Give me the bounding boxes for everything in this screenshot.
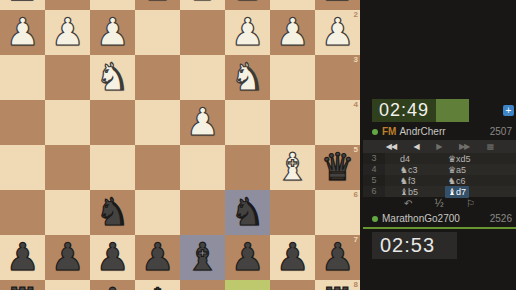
square-c2[interactable]: ♟ — [225, 10, 270, 55]
piece-wP-g2[interactable]: ♟ — [50, 10, 84, 55]
piece-wP-f2[interactable]: ♟ — [95, 10, 129, 55]
rank-coordinate: 8 — [354, 281, 358, 289]
square-d4[interactable]: ♟ — [180, 100, 225, 145]
square-a3[interactable]: 3 — [315, 55, 360, 100]
square-b4[interactable] — [270, 100, 315, 145]
piece-wR-h1[interactable]: ♜ — [5, 0, 39, 10]
game-sidebar: 02:49 + FM AndrCherr 2507 ◀◀ ◀ ▶ ▶▶ ▦ 3 … — [360, 0, 516, 290]
piece-wQ-d1[interactable]: ♛ — [185, 0, 219, 10]
white-move[interactable]: ♝b5 — [385, 187, 435, 197]
square-h4[interactable] — [0, 100, 45, 145]
square-c5[interactable] — [225, 145, 270, 190]
sidebar-spacer — [363, 0, 516, 99]
square-e5[interactable] — [135, 145, 180, 190]
rank-coordinate: 5 — [354, 146, 358, 154]
square-f7[interactable]: ♟ — [90, 235, 135, 280]
square-g1[interactable] — [45, 0, 90, 10]
square-d3[interactable] — [180, 55, 225, 100]
square-h2[interactable]: ♟ — [0, 10, 45, 55]
square-f1[interactable] — [90, 0, 135, 10]
square-e7[interactable]: ♟ — [135, 235, 180, 280]
nav-prev-button[interactable]: ◀ — [414, 140, 419, 153]
square-f2[interactable]: ♟ — [90, 10, 135, 55]
black-move[interactable]: ♞c6 — [435, 176, 469, 186]
piece-bB-f8[interactable]: ♝ — [95, 280, 129, 290]
square-e1[interactable]: ♚ — [135, 0, 180, 10]
black-player-name[interactable]: MarathonGo2700 — [382, 213, 460, 224]
piece-wR-a1[interactable]: ♜ — [320, 0, 354, 10]
black-move[interactable]: ♛xd5 — [435, 154, 474, 164]
white-player-name[interactable]: AndrCherr — [399, 126, 445, 137]
move-number: 3 — [363, 153, 385, 164]
draw-offer-icon[interactable]: ½ — [434, 197, 444, 211]
online-dot-icon — [372, 129, 378, 135]
piece-bR-a8[interactable]: ♜ — [320, 280, 354, 290]
square-h8[interactable]: ♜ — [0, 280, 45, 290]
move-row: 3 d4 ♛xd5 — [363, 153, 516, 164]
piece-wB-b5[interactable]: ♝ — [275, 145, 309, 190]
square-g7[interactable]: ♟ — [45, 235, 90, 280]
rank-coordinate: 6 — [354, 191, 358, 199]
piece-bP-g7[interactable]: ♟ — [50, 235, 84, 280]
chess-board-viewport: ♜♚♛♝♜1♟♟♟♟♟♟2♞♞3♟4♝♛5♞♞6♟♟♟♟♝♟♟♟7♜♝♚♜8 — [0, 0, 360, 290]
square-g6[interactable] — [45, 190, 90, 235]
piece-wP-h2[interactable]: ♟ — [5, 10, 39, 55]
square-d5[interactable] — [180, 145, 225, 190]
chess-board[interactable]: ♜♚♛♝♜1♟♟♟♟♟♟2♞♞3♟4♝♛5♞♞6♟♟♟♟♝♟♟♟7♜♝♚♜8 — [0, 0, 360, 290]
give-more-time-button[interactable]: + — [503, 105, 514, 116]
analysis-board-icon[interactable]: ▦ — [487, 140, 494, 153]
nav-first-button[interactable]: ◀◀ — [386, 140, 396, 153]
piece-wP-a2[interactable]: ♟ — [320, 10, 354, 55]
square-c7[interactable]: ♟ — [225, 235, 270, 280]
square-d1[interactable]: ♛ — [180, 0, 225, 10]
black-player-clock: 02:53 — [372, 232, 457, 259]
square-e6[interactable] — [135, 190, 180, 235]
square-b5[interactable]: ♝ — [270, 145, 315, 190]
square-h7[interactable]: ♟ — [0, 235, 45, 280]
square-a1[interactable]: ♜1 — [315, 0, 360, 10]
white-player-clock: 02:49 — [372, 99, 469, 122]
black-move-current[interactable]: ♝d7 — [435, 187, 469, 197]
piece-bK-e8[interactable]: ♚ — [140, 280, 174, 290]
white-move[interactable]: ♞f3 — [385, 176, 435, 186]
white-move[interactable]: ♞c3 — [385, 165, 435, 175]
square-f6[interactable]: ♞ — [90, 190, 135, 235]
nav-last-button[interactable]: ▶▶ — [459, 140, 469, 153]
square-f3[interactable]: ♞ — [90, 55, 135, 100]
square-a5[interactable]: ♛5 — [315, 145, 360, 190]
black-player-row[interactable]: MarathonGo2700 2526 — [363, 211, 516, 226]
piece-wN-f3[interactable]: ♞ — [95, 55, 129, 100]
square-a7[interactable]: ♟7 — [315, 235, 360, 280]
move-navigation-bar: ◀◀ ◀ ▶ ▶▶ ▦ — [363, 140, 516, 153]
square-c4[interactable] — [225, 100, 270, 145]
square-c1[interactable]: ♝ — [225, 0, 270, 10]
square-f5[interactable] — [90, 145, 135, 190]
move-row: 6 ♝b5 ♝d7 — [363, 186, 516, 197]
piece-bP-a7[interactable]: ♟ — [320, 235, 354, 280]
square-h5[interactable] — [0, 145, 45, 190]
square-g3[interactable] — [45, 55, 90, 100]
move-number: 6 — [363, 186, 385, 197]
square-h6[interactable] — [0, 190, 45, 235]
player-separator-line — [363, 227, 516, 229]
white-clock-time: 02:49 — [372, 99, 436, 122]
piece-bP-f7[interactable]: ♟ — [95, 235, 129, 280]
square-f4[interactable] — [90, 100, 135, 145]
black-move[interactable]: ♛a5 — [435, 165, 469, 175]
square-b2[interactable]: ♟ — [270, 10, 315, 55]
square-c3[interactable]: ♞ — [225, 55, 270, 100]
piece-bN-f6[interactable]: ♞ — [95, 190, 129, 235]
square-g8[interactable] — [45, 280, 90, 290]
square-c8[interactable] — [225, 280, 270, 290]
resign-flag-icon[interactable]: ⚐ — [466, 197, 475, 211]
square-b1[interactable] — [270, 0, 315, 10]
square-a8[interactable]: ♜8 — [315, 280, 360, 290]
rank-coordinate: 2 — [354, 11, 358, 19]
square-h3[interactable] — [0, 55, 45, 100]
piece-bN-c6[interactable]: ♞ — [230, 190, 264, 235]
square-b3[interactable] — [270, 55, 315, 100]
player-title-badge: FM — [382, 126, 396, 137]
game-action-bar: ↶ ½ ⚐ — [363, 197, 516, 211]
move-number: 4 — [363, 164, 385, 175]
piece-wP-d4[interactable]: ♟ — [185, 100, 219, 145]
piece-bP-h7[interactable]: ♟ — [5, 235, 39, 280]
square-d7[interactable]: ♝ — [180, 235, 225, 280]
move-row: 5 ♞f3 ♞c6 — [363, 175, 516, 186]
square-a4[interactable]: 4 — [315, 100, 360, 145]
rank-coordinate: 4 — [354, 101, 358, 109]
square-d8[interactable] — [180, 280, 225, 290]
square-e8[interactable]: ♚ — [135, 280, 180, 290]
piece-bR-h8[interactable]: ♜ — [5, 280, 39, 290]
square-g2[interactable]: ♟ — [45, 10, 90, 55]
piece-bQ-a5[interactable]: ♛ — [320, 145, 354, 190]
piece-bB-d7[interactable]: ♝ — [185, 235, 219, 280]
move-list: 3 d4 ♛xd5 4 ♞c3 ♛a5 5 ♞f3 ♞c6 6 ♝b5 ♝d7 — [363, 153, 516, 197]
piece-wB-c1[interactable]: ♝ — [230, 0, 264, 10]
lichess-game-screen: ♜♚♛♝♜1♟♟♟♟♟♟2♞♞3♟4♝♛5♞♞6♟♟♟♟♝♟♟♟7♜♝♚♜8 0… — [0, 0, 516, 290]
square-d6[interactable] — [180, 190, 225, 235]
square-a2[interactable]: ♟2 — [315, 10, 360, 55]
square-a6[interactable]: 6 — [315, 190, 360, 235]
takeback-icon[interactable]: ↶ — [404, 197, 412, 211]
square-b8[interactable] — [270, 280, 315, 290]
black-player-rating: 2526 — [490, 213, 512, 224]
piece-wP-b2[interactable]: ♟ — [275, 10, 309, 55]
nav-next-button[interactable]: ▶ — [436, 140, 441, 153]
piece-bP-e7[interactable]: ♟ — [140, 235, 174, 280]
square-f8[interactable]: ♝ — [90, 280, 135, 290]
square-h1[interactable]: ♜ — [0, 0, 45, 10]
white-move[interactable]: d4 — [385, 154, 435, 164]
piece-wN-c3[interactable]: ♞ — [230, 55, 264, 100]
rank-coordinate: 7 — [354, 236, 358, 244]
square-e3[interactable] — [135, 55, 180, 100]
square-g4[interactable] — [45, 100, 90, 145]
square-e2[interactable] — [135, 10, 180, 55]
square-b7[interactable]: ♟ — [270, 235, 315, 280]
square-d2[interactable] — [180, 10, 225, 55]
square-g5[interactable] — [45, 145, 90, 190]
move-row: 4 ♞c3 ♛a5 — [363, 164, 516, 175]
piece-bP-b7[interactable]: ♟ — [275, 235, 309, 280]
white-player-rating: 2507 — [490, 126, 512, 137]
rank-coordinate: 3 — [354, 56, 358, 64]
piece-wK-e1[interactable]: ♚ — [140, 0, 174, 10]
piece-bP-c7[interactable]: ♟ — [230, 235, 264, 280]
move-number: 5 — [363, 175, 385, 186]
square-c6[interactable]: ♞ — [225, 190, 270, 235]
square-b6[interactable] — [270, 190, 315, 235]
piece-wP-c2[interactable]: ♟ — [230, 10, 264, 55]
top-clock-row: 02:49 + — [363, 99, 516, 122]
white-player-row[interactable]: FM AndrCherr 2507 — [363, 124, 516, 139]
square-e4[interactable] — [135, 100, 180, 145]
online-dot-icon — [372, 216, 378, 222]
